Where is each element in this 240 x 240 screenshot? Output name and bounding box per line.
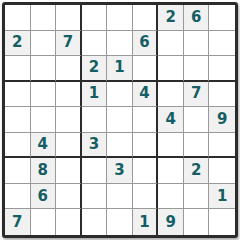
cell-r4c1[interactable] xyxy=(5,82,31,108)
cell-r8c7[interactable] xyxy=(158,184,184,210)
cell-r8c9[interactable]: 1 xyxy=(209,184,235,210)
cell-r7c2[interactable]: 8 xyxy=(31,158,57,184)
cell-r6c7[interactable] xyxy=(158,133,184,159)
cell-r3c4[interactable]: 2 xyxy=(82,56,108,82)
cell-r7c5[interactable]: 3 xyxy=(107,158,133,184)
cell-r5c4[interactable] xyxy=(82,107,108,133)
cell-r8c8[interactable] xyxy=(184,184,210,210)
cell-r7c1[interactable] xyxy=(5,158,31,184)
cell-r4c2[interactable] xyxy=(31,82,57,108)
cell-r1c3[interactable] xyxy=(56,5,82,31)
cell-r6c2[interactable]: 4 xyxy=(31,133,57,159)
cell-r3c5[interactable]: 1 xyxy=(107,56,133,82)
cell-r6c1[interactable] xyxy=(5,133,31,159)
cell-r7c3[interactable] xyxy=(56,158,82,184)
cell-r7c6[interactable] xyxy=(133,158,159,184)
cell-r9c8[interactable] xyxy=(184,209,210,235)
cell-r8c6[interactable] xyxy=(133,184,159,210)
cell-r5c2[interactable] xyxy=(31,107,57,133)
cell-r9c7[interactable]: 9 xyxy=(158,209,184,235)
cell-r4c9[interactable] xyxy=(209,82,235,108)
cell-r9c3[interactable] xyxy=(56,209,82,235)
cell-r5c7[interactable]: 4 xyxy=(158,107,184,133)
cell-r1c7[interactable]: 2 xyxy=(158,5,184,31)
cell-r8c4[interactable] xyxy=(82,184,108,210)
cell-r3c7[interactable] xyxy=(158,56,184,82)
cell-r5c5[interactable] xyxy=(107,107,133,133)
cell-r1c2[interactable] xyxy=(31,5,57,31)
cell-r9c4[interactable] xyxy=(82,209,108,235)
cell-r2c7[interactable] xyxy=(158,31,184,57)
cell-r4c5[interactable] xyxy=(107,82,133,108)
cell-r3c1[interactable] xyxy=(5,56,31,82)
cell-r2c3[interactable]: 7 xyxy=(56,31,82,57)
cell-r6c5[interactable] xyxy=(107,133,133,159)
cell-r4c7[interactable] xyxy=(158,82,184,108)
cell-r9c2[interactable] xyxy=(31,209,57,235)
cell-r4c4[interactable]: 1 xyxy=(82,82,108,108)
cell-r5c1[interactable] xyxy=(5,107,31,133)
cell-r6c3[interactable] xyxy=(56,133,82,159)
cell-r6c9[interactable] xyxy=(209,133,235,159)
cell-r5c6[interactable] xyxy=(133,107,159,133)
cell-r8c5[interactable] xyxy=(107,184,133,210)
cell-r1c6[interactable] xyxy=(133,5,159,31)
cell-r6c4[interactable]: 3 xyxy=(82,133,108,159)
cell-r8c1[interactable] xyxy=(5,184,31,210)
page: 2627621147494383261719 xyxy=(0,0,240,240)
cell-r2c9[interactable] xyxy=(209,31,235,57)
cell-r6c6[interactable] xyxy=(133,133,159,159)
cell-r4c3[interactable] xyxy=(56,82,82,108)
cell-r2c8[interactable] xyxy=(184,31,210,57)
cell-r4c6[interactable]: 4 xyxy=(133,82,159,108)
cell-r2c6[interactable]: 6 xyxy=(133,31,159,57)
cell-r9c1[interactable]: 7 xyxy=(5,209,31,235)
cell-r5c3[interactable] xyxy=(56,107,82,133)
cell-r8c2[interactable]: 6 xyxy=(31,184,57,210)
cell-r7c8[interactable]: 2 xyxy=(184,158,210,184)
cell-r3c6[interactable] xyxy=(133,56,159,82)
cell-r2c2[interactable] xyxy=(31,31,57,57)
cell-r4c8[interactable]: 7 xyxy=(184,82,210,108)
cell-r1c1[interactable] xyxy=(5,5,31,31)
cell-r1c5[interactable] xyxy=(107,5,133,31)
cell-r9c9[interactable] xyxy=(209,209,235,235)
cell-r1c9[interactable] xyxy=(209,5,235,31)
cell-r3c3[interactable] xyxy=(56,56,82,82)
cell-r8c3[interactable] xyxy=(56,184,82,210)
cell-r5c9[interactable]: 9 xyxy=(209,107,235,133)
sudoku-board: 2627621147494383261719 xyxy=(2,2,238,238)
cell-r6c8[interactable] xyxy=(184,133,210,159)
cell-r9c5[interactable] xyxy=(107,209,133,235)
cell-r2c4[interactable] xyxy=(82,31,108,57)
cell-r2c5[interactable] xyxy=(107,31,133,57)
cell-r7c4[interactable] xyxy=(82,158,108,184)
cell-r7c9[interactable] xyxy=(209,158,235,184)
cell-r9c6[interactable]: 1 xyxy=(133,209,159,235)
cell-r1c4[interactable] xyxy=(82,5,108,31)
cell-r5c8[interactable] xyxy=(184,107,210,133)
cell-r1c8[interactable]: 6 xyxy=(184,5,210,31)
cell-r7c7[interactable] xyxy=(158,158,184,184)
cell-r3c9[interactable] xyxy=(209,56,235,82)
cell-r3c2[interactable] xyxy=(31,56,57,82)
cell-r3c8[interactable] xyxy=(184,56,210,82)
cell-r2c1[interactable]: 2 xyxy=(5,31,31,57)
